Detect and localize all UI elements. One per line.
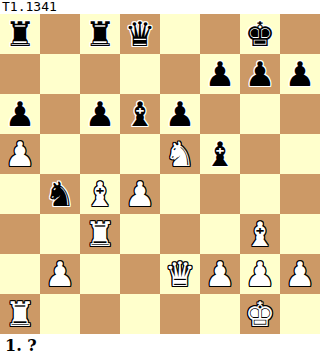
piece-black-pawn: ♟	[5, 94, 35, 134]
puzzle-id: T1.1341	[0, 0, 320, 14]
square-c3[interactable]: ♜	[80, 214, 120, 254]
square-c2[interactable]	[80, 254, 120, 294]
square-h6[interactable]	[280, 94, 320, 134]
square-e6[interactable]: ♟	[160, 94, 200, 134]
square-g4[interactable]	[240, 174, 280, 214]
square-b2[interactable]: ♟	[40, 254, 80, 294]
move-prompt: 1. ?	[0, 334, 320, 360]
piece-white-rook: ♜	[5, 294, 35, 334]
square-h5[interactable]	[280, 134, 320, 174]
piece-white-knight: ♞	[165, 134, 195, 174]
square-e3[interactable]	[160, 214, 200, 254]
square-a8[interactable]: ♜	[0, 14, 40, 54]
square-a1[interactable]: ♜	[0, 294, 40, 334]
piece-white-pawn: ♟	[5, 134, 35, 174]
square-e5[interactable]: ♞	[160, 134, 200, 174]
chess-board: ♜♜♛♚♟♟♟♟♟♝♟♟♞♝♞♝♟♜♝♟♛♟♟♟♜♚	[0, 14, 320, 334]
square-f1[interactable]	[200, 294, 240, 334]
square-c6[interactable]: ♟	[80, 94, 120, 134]
square-a5[interactable]: ♟	[0, 134, 40, 174]
square-a3[interactable]	[0, 214, 40, 254]
square-g6[interactable]	[240, 94, 280, 134]
square-b6[interactable]	[40, 94, 80, 134]
square-g1[interactable]: ♚	[240, 294, 280, 334]
square-h1[interactable]	[280, 294, 320, 334]
square-g2[interactable]: ♟	[240, 254, 280, 294]
square-d4[interactable]: ♟	[120, 174, 160, 214]
square-f4[interactable]	[200, 174, 240, 214]
square-a2[interactable]	[0, 254, 40, 294]
square-e4[interactable]	[160, 174, 200, 214]
square-e7[interactable]	[160, 54, 200, 94]
square-b8[interactable]	[40, 14, 80, 54]
piece-white-pawn: ♟	[245, 254, 275, 294]
square-d1[interactable]	[120, 294, 160, 334]
piece-white-pawn: ♟	[285, 254, 315, 294]
square-g3[interactable]: ♝	[240, 214, 280, 254]
piece-black-pawn: ♟	[285, 54, 315, 94]
piece-white-queen: ♛	[165, 254, 195, 294]
piece-black-knight: ♞	[45, 174, 75, 214]
square-h7[interactable]: ♟	[280, 54, 320, 94]
square-d8[interactable]: ♛	[120, 14, 160, 54]
square-g7[interactable]: ♟	[240, 54, 280, 94]
square-d3[interactable]	[120, 214, 160, 254]
piece-white-bishop: ♝	[85, 174, 115, 214]
piece-black-pawn: ♟	[245, 54, 275, 94]
square-a4[interactable]	[0, 174, 40, 214]
piece-white-pawn: ♟	[45, 254, 75, 294]
square-e2[interactable]: ♛	[160, 254, 200, 294]
chess-puzzle-window: T1.1341 ♜♜♛♚♟♟♟♟♟♝♟♟♞♝♞♝♟♜♝♟♛♟♟♟♜♚ 1. ?	[0, 0, 320, 360]
square-f2[interactable]: ♟	[200, 254, 240, 294]
piece-white-pawn: ♟	[205, 254, 235, 294]
piece-black-king: ♚	[245, 14, 275, 54]
square-c8[interactable]: ♜	[80, 14, 120, 54]
square-h3[interactable]	[280, 214, 320, 254]
square-h4[interactable]	[280, 174, 320, 214]
square-c5[interactable]	[80, 134, 120, 174]
piece-white-pawn: ♟	[125, 174, 155, 214]
square-g8[interactable]: ♚	[240, 14, 280, 54]
piece-black-bishop: ♝	[205, 134, 235, 174]
square-d5[interactable]	[120, 134, 160, 174]
piece-black-bishop: ♝	[125, 94, 155, 134]
square-d7[interactable]	[120, 54, 160, 94]
piece-black-pawn: ♟	[85, 94, 115, 134]
square-a6[interactable]: ♟	[0, 94, 40, 134]
square-b3[interactable]	[40, 214, 80, 254]
piece-black-queen: ♛	[125, 14, 155, 54]
piece-white-rook: ♜	[85, 214, 115, 254]
piece-black-rook: ♜	[5, 14, 35, 54]
piece-black-pawn: ♟	[165, 94, 195, 134]
square-f8[interactable]	[200, 14, 240, 54]
square-f6[interactable]	[200, 94, 240, 134]
square-e8[interactable]	[160, 14, 200, 54]
square-b1[interactable]	[40, 294, 80, 334]
square-b7[interactable]	[40, 54, 80, 94]
square-a7[interactable]	[0, 54, 40, 94]
square-g5[interactable]	[240, 134, 280, 174]
square-d2[interactable]	[120, 254, 160, 294]
piece-white-bishop: ♝	[245, 214, 275, 254]
square-h8[interactable]	[280, 14, 320, 54]
square-b4[interactable]: ♞	[40, 174, 80, 214]
piece-black-pawn: ♟	[205, 54, 235, 94]
square-c7[interactable]	[80, 54, 120, 94]
square-f5[interactable]: ♝	[200, 134, 240, 174]
square-e1[interactable]	[160, 294, 200, 334]
piece-black-rook: ♜	[85, 14, 115, 54]
square-f3[interactable]	[200, 214, 240, 254]
square-h2[interactable]: ♟	[280, 254, 320, 294]
square-c1[interactable]	[80, 294, 120, 334]
square-f7[interactable]: ♟	[200, 54, 240, 94]
square-d6[interactable]: ♝	[120, 94, 160, 134]
square-c4[interactable]: ♝	[80, 174, 120, 214]
piece-white-king: ♚	[245, 294, 275, 334]
square-b5[interactable]	[40, 134, 80, 174]
